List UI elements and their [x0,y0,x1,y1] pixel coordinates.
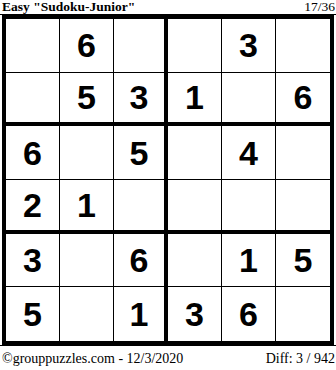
given-digit: 1 [77,188,96,222]
given-digit: 1 [130,297,149,331]
cell-r1c1[interactable] [6,19,60,73]
given-digit: 5 [294,243,313,277]
footer: ©grouppuzzles.com - 12/3/2020 Diff: 3 / … [2,350,335,368]
header: Easy "Sudoku-Junior" 17/36 [2,0,335,14]
cell-r1c3[interactable] [114,19,168,73]
cell-r6c6[interactable] [276,287,330,341]
cell-r5c3[interactable]: 6 [114,234,168,288]
cell-r6c4[interactable]: 3 [168,287,222,341]
cell-r3c4[interactable] [168,126,222,180]
cell-r2c5[interactable] [222,73,276,127]
cell-r2c1[interactable] [6,73,60,127]
cell-r6c2[interactable] [60,287,114,341]
cell-r6c1[interactable]: 5 [6,287,60,341]
given-digit: 6 [23,136,42,170]
given-digit: 3 [23,243,42,277]
cell-r5c2[interactable] [60,234,114,288]
puzzle-title: Easy "Sudoku-Junior" [2,0,135,14]
cell-r4c4[interactable] [168,180,222,234]
cell-r1c6[interactable] [276,19,330,73]
cell-r1c5[interactable]: 3 [222,19,276,73]
cell-r2c6[interactable]: 6 [276,73,330,127]
given-digit: 5 [130,136,149,170]
difficulty-label: Diff: 3 / 942 [266,351,335,367]
given-digit: 6 [239,297,258,331]
given-digit: 1 [239,243,258,277]
copyright-date: ©grouppuzzles.com - 12/3/2020 [2,351,183,367]
cell-r4c5[interactable] [222,180,276,234]
given-digit: 3 [239,28,258,62]
given-digit: 6 [130,243,149,277]
puzzle-counter: 17/36 [304,0,335,14]
cell-r1c2[interactable]: 6 [60,19,114,73]
given-digit: 3 [130,80,149,114]
cell-r4c1[interactable]: 2 [6,180,60,234]
given-digit: 4 [239,136,258,170]
cell-r5c4[interactable] [168,234,222,288]
cell-r2c2[interactable]: 5 [60,73,114,127]
footer-rule [0,345,336,346]
given-digit: 1 [185,80,204,114]
cell-r3c6[interactable] [276,126,330,180]
cell-r6c3[interactable]: 1 [114,287,168,341]
puzzle-page: Easy "Sudoku-Junior" 17/36 6353166542136… [0,0,336,370]
cell-r3c3[interactable]: 5 [114,126,168,180]
cell-r5c6[interactable]: 5 [276,234,330,288]
given-digit: 5 [23,297,42,331]
cell-r3c2[interactable] [60,126,114,180]
cell-r3c1[interactable]: 6 [6,126,60,180]
cell-r4c6[interactable] [276,180,330,234]
cell-r6c5[interactable]: 6 [222,287,276,341]
given-digit: 6 [294,80,313,114]
cell-r3c5[interactable]: 4 [222,126,276,180]
given-digit: 3 [185,297,204,331]
cell-r5c5[interactable]: 1 [222,234,276,288]
cell-r2c4[interactable]: 1 [168,73,222,127]
cell-r5c1[interactable]: 3 [6,234,60,288]
cell-r2c3[interactable]: 3 [114,73,168,127]
given-digit: 2 [23,188,42,222]
cell-r4c2[interactable]: 1 [60,180,114,234]
sudoku-board: 6353166542136155136 [2,15,334,345]
given-digit: 6 [77,28,96,62]
cell-r1c4[interactable] [168,19,222,73]
cell-r4c3[interactable] [114,180,168,234]
given-digit: 5 [77,80,96,114]
